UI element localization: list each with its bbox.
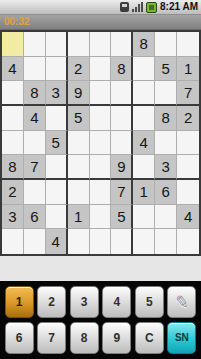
cell-r7c5[interactable] <box>90 180 112 205</box>
cell-r2c3[interactable] <box>46 57 68 82</box>
cell-r8c2[interactable]: 6 <box>24 205 46 230</box>
clear-button[interactable]: C <box>135 322 164 354</box>
cell-r2c8[interactable]: 5 <box>155 57 177 82</box>
cell-r7c2[interactable] <box>24 180 46 205</box>
single-notes-button[interactable]: SN <box>167 322 196 354</box>
cell-r6c2[interactable]: 7 <box>24 155 46 180</box>
pencil-icon: ✎ <box>173 291 190 314</box>
cell-r8c8[interactable] <box>155 205 177 230</box>
cell-r5c5[interactable] <box>90 131 112 156</box>
cell-r7c9[interactable] <box>177 180 199 205</box>
cell-r1c2[interactable] <box>24 32 46 57</box>
usb-debug-icon <box>120 2 129 12</box>
cell-r4c5[interactable] <box>90 106 112 131</box>
battery-icon <box>146 2 157 13</box>
cell-r4c1[interactable] <box>2 106 24 131</box>
sudoku-board: 842851839745825487932716361544 <box>0 30 201 256</box>
cell-r8c6[interactable]: 5 <box>111 205 133 230</box>
cell-r5c3[interactable]: 5 <box>46 131 68 156</box>
cell-r8c9[interactable]: 4 <box>177 205 199 230</box>
cell-r4c8[interactable]: 8 <box>155 106 177 131</box>
cell-r5c2[interactable] <box>24 131 46 156</box>
keypad-row: 12345✎ <box>1 286 200 318</box>
cell-r6c1[interactable]: 8 <box>2 155 24 180</box>
cell-r6c6[interactable]: 9 <box>111 155 133 180</box>
cell-r3c1[interactable] <box>2 81 24 106</box>
sudoku-app-screen: 8:21 AM 00:32 84285183974582548793271636… <box>0 0 201 359</box>
cell-r9c9[interactable] <box>177 229 199 254</box>
cell-r3c4[interactable]: 9 <box>68 81 90 106</box>
cell-r3c6[interactable] <box>111 81 133 106</box>
cell-r6c3[interactable] <box>46 155 68 180</box>
board-keypad-gap <box>0 256 201 281</box>
cell-r8c7[interactable] <box>133 205 155 230</box>
status-bar: 8:21 AM <box>0 0 201 15</box>
cell-r3c5[interactable] <box>90 81 112 106</box>
cell-r2c2[interactable] <box>24 57 46 82</box>
key-3[interactable]: 3 <box>70 286 99 318</box>
cell-r5c8[interactable] <box>155 131 177 156</box>
cell-r4c9[interactable]: 2 <box>177 106 199 131</box>
cell-r5c4[interactable] <box>68 131 90 156</box>
cell-r5c1[interactable] <box>2 131 24 156</box>
cell-r7c3[interactable] <box>46 180 68 205</box>
cell-r7c1[interactable]: 2 <box>2 180 24 205</box>
cell-r1c6[interactable] <box>111 32 133 57</box>
key-6[interactable]: 6 <box>5 322 34 354</box>
cell-r4c6[interactable] <box>111 106 133 131</box>
keypad-row: 6789CSN <box>1 322 200 354</box>
cell-r9c3[interactable]: 4 <box>46 229 68 254</box>
cell-r5c6[interactable] <box>111 131 133 156</box>
cell-r5c7[interactable]: 4 <box>133 131 155 156</box>
cell-r8c1[interactable]: 3 <box>2 205 24 230</box>
pencil-button[interactable]: ✎ <box>167 286 196 318</box>
cell-r1c9[interactable] <box>177 32 199 57</box>
cell-r9c7[interactable] <box>133 229 155 254</box>
cell-r7c8[interactable]: 6 <box>155 180 177 205</box>
cell-r6c9[interactable] <box>177 155 199 180</box>
cell-r4c2[interactable]: 4 <box>24 106 46 131</box>
cell-r2c4[interactable]: 2 <box>68 57 90 82</box>
cell-r9c1[interactable] <box>2 229 24 254</box>
cell-r4c4[interactable]: 5 <box>68 106 90 131</box>
cell-r2c7[interactable] <box>133 57 155 82</box>
cell-r1c4[interactable] <box>68 32 90 57</box>
cell-r3c7[interactable] <box>133 81 155 106</box>
key-9[interactable]: 9 <box>102 322 131 354</box>
cell-r7c4[interactable] <box>68 180 90 205</box>
cell-r9c5[interactable] <box>90 229 112 254</box>
cell-r7c7[interactable]: 1 <box>133 180 155 205</box>
key-4[interactable]: 4 <box>102 286 131 318</box>
cell-r3c3[interactable]: 3 <box>46 81 68 106</box>
cell-r9c2[interactable] <box>24 229 46 254</box>
cell-r1c7[interactable]: 8 <box>133 32 155 57</box>
elapsed-timer: 00:32 <box>4 17 30 27</box>
cell-r9c6[interactable] <box>111 229 133 254</box>
cell-r4c3[interactable] <box>46 106 68 131</box>
cell-r5c9[interactable] <box>177 131 199 156</box>
cell-r3c9[interactable]: 7 <box>177 81 199 106</box>
key-5[interactable]: 5 <box>135 286 164 318</box>
cell-r3c8[interactable] <box>155 81 177 106</box>
cell-r6c4[interactable] <box>68 155 90 180</box>
timer-bar: 00:32 <box>0 15 201 30</box>
cell-r8c3[interactable] <box>46 205 68 230</box>
key-7[interactable]: 7 <box>37 322 66 354</box>
cell-r6c8[interactable]: 3 <box>155 155 177 180</box>
cell-r1c8[interactable] <box>155 32 177 57</box>
key-1[interactable]: 1 <box>5 286 34 318</box>
cell-r6c5[interactable] <box>90 155 112 180</box>
keypad: 12345✎6789CSN <box>0 281 201 359</box>
cell-r2c1[interactable]: 4 <box>2 57 24 82</box>
key-2[interactable]: 2 <box>37 286 66 318</box>
clock-time: 8:21 AM <box>160 2 198 12</box>
cell-r2c6[interactable]: 8 <box>111 57 133 82</box>
cell-r4c7[interactable] <box>133 106 155 131</box>
cell-r1c1[interactable] <box>2 32 24 57</box>
cell-r2c5[interactable] <box>90 57 112 82</box>
cell-r6c7[interactable] <box>133 155 155 180</box>
cell-r1c3[interactable] <box>46 32 68 57</box>
signal-strength-icon <box>132 2 143 12</box>
cell-r8c5[interactable] <box>90 205 112 230</box>
cell-r9c4[interactable] <box>68 229 90 254</box>
cell-r1c5[interactable] <box>90 32 112 57</box>
cell-r2c9[interactable]: 1 <box>177 57 199 82</box>
cell-r7c6[interactable]: 7 <box>111 180 133 205</box>
cell-r9c8[interactable] <box>155 229 177 254</box>
cell-r3c2[interactable]: 8 <box>24 81 46 106</box>
cell-r8c4[interactable]: 1 <box>68 205 90 230</box>
key-8[interactable]: 8 <box>70 322 99 354</box>
